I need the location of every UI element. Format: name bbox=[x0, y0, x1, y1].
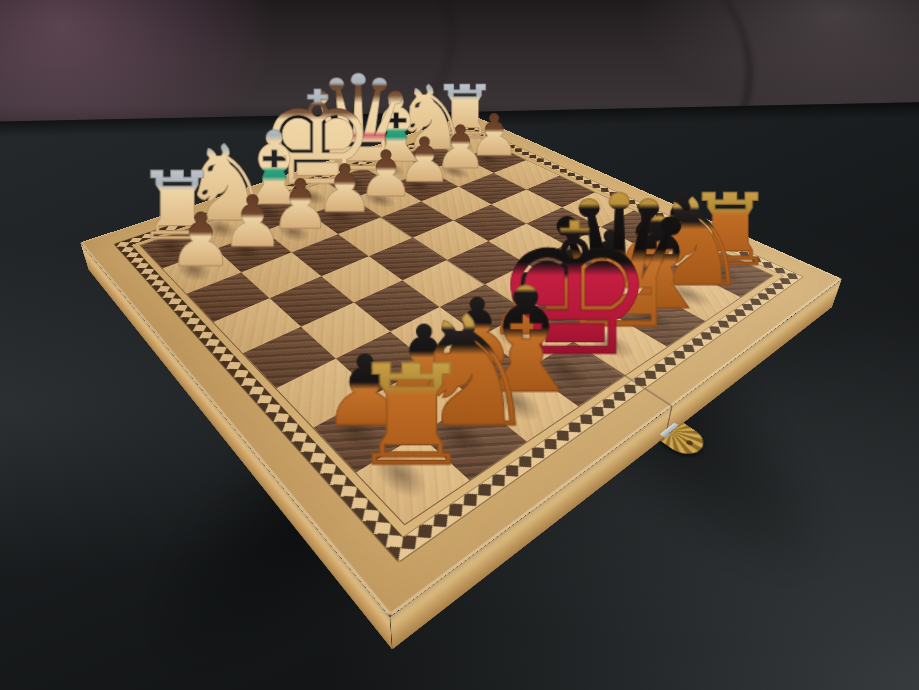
photo-scene: ♜♟♟♜♞♟♟♞♝♟♟♝♛♟♟♛♚♟♟♚♝♟♟♝♞♟♟♞♜♟♟♜ bbox=[0, 0, 919, 690]
perspective-scene: ♜♟♟♜♞♟♟♞♝♟♟♝♛♟♟♛♚♟♟♚♝♟♟♝♞♟♟♞♜♟♟♜ bbox=[0, 0, 919, 690]
chess-board: ♜♟♟♜♞♟♟♞♝♟♟♝♛♟♟♛♚♟♟♚♝♟♟♝♞♟♟♞♜♟♟♜ bbox=[80, 114, 842, 617]
square-e4 bbox=[413, 220, 489, 260]
piece-white-pawn: ♟ bbox=[168, 205, 234, 275]
piece-black-rook: ♜ bbox=[349, 352, 473, 483]
